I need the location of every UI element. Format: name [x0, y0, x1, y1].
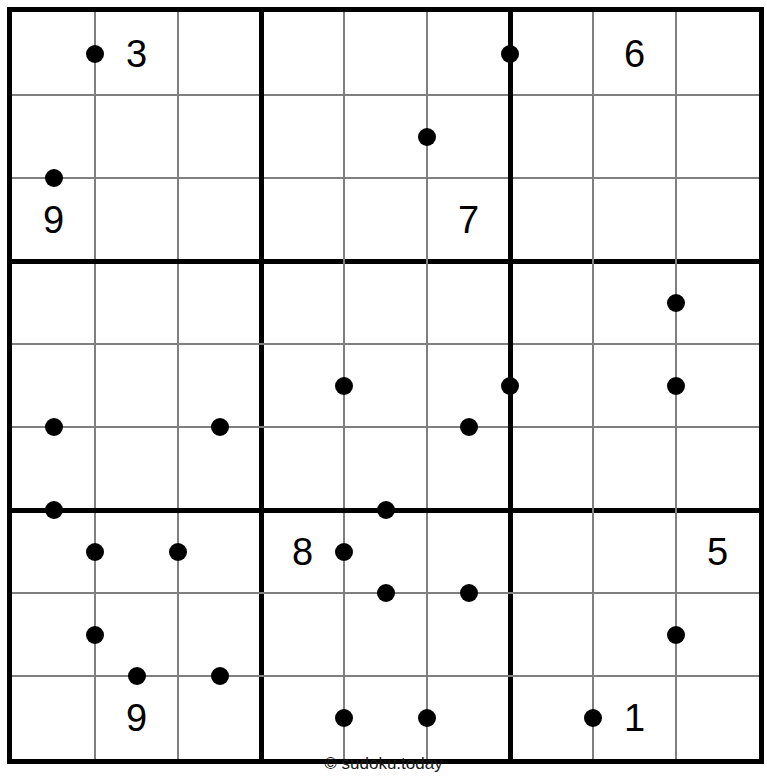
- black-dot: [377, 584, 395, 602]
- black-dot: [460, 584, 478, 602]
- black-dot: [584, 709, 602, 727]
- black-dot: [45, 169, 63, 187]
- black-dot: [335, 709, 353, 727]
- black-dot: [211, 418, 229, 436]
- black-dot: [86, 543, 104, 561]
- black-dot: [667, 377, 685, 395]
- black-dot: [418, 128, 436, 146]
- black-dot: [45, 418, 63, 436]
- black-dot: [667, 294, 685, 312]
- kropki-dots: [12, 12, 759, 759]
- sudoku-board: 36978591: [7, 7, 764, 764]
- black-dot: [501, 45, 519, 63]
- copyright-caption: © sudoku.today: [0, 754, 767, 774]
- black-dot: [128, 667, 146, 685]
- black-dot: [86, 45, 104, 63]
- black-dot: [211, 667, 229, 685]
- black-dot: [377, 501, 395, 519]
- black-dot: [86, 626, 104, 644]
- black-dot: [335, 543, 353, 561]
- black-dot: [501, 377, 519, 395]
- black-dot: [45, 501, 63, 519]
- black-dot: [667, 626, 685, 644]
- black-dot: [418, 709, 436, 727]
- black-dot: [169, 543, 187, 561]
- black-dot: [335, 377, 353, 395]
- black-dot: [460, 418, 478, 436]
